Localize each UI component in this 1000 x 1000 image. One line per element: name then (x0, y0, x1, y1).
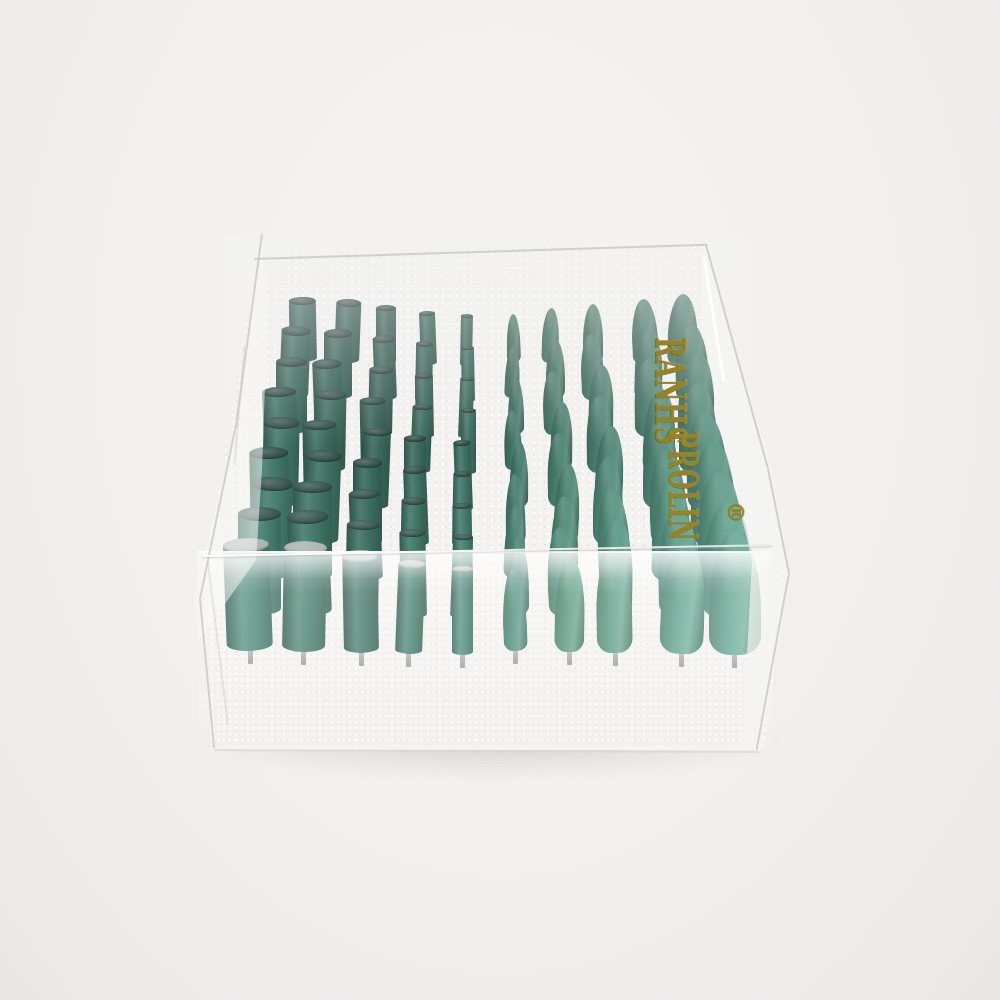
front-wall-glare (205, 553, 768, 579)
bit-shank (567, 650, 572, 665)
brand-text-word2: PROLIN (663, 431, 702, 541)
bit-top-face (403, 466, 426, 474)
bit-top-face (373, 335, 395, 343)
bit-top-face (415, 372, 434, 378)
bit-top-face (276, 357, 308, 367)
polishing-bit (452, 569, 473, 655)
bit-top-face (461, 314, 473, 318)
bit-shank (679, 652, 684, 667)
bit-top-face (359, 396, 385, 405)
bit-top-face (303, 420, 337, 432)
bit-top-face (251, 477, 293, 492)
registered-mark: ® (725, 501, 747, 523)
bit-shank (613, 651, 618, 666)
bit-shank (301, 650, 306, 665)
bit-top-face (238, 507, 282, 521)
bit-top-face (336, 298, 361, 307)
bit-top-face (363, 427, 391, 437)
bit-top-face (369, 366, 393, 374)
bit-top-face (453, 534, 473, 541)
bit-top-face (376, 305, 396, 311)
bit-top-face (305, 450, 342, 463)
bit-top-face (312, 359, 342, 370)
bit-top-face (399, 528, 425, 537)
bit-top-face (453, 503, 472, 509)
bit-top-face (263, 417, 300, 429)
bit-top-face (262, 386, 296, 398)
product-photo: RANHS PROLIN ® (0, 0, 1000, 1000)
bit-top-face (461, 345, 474, 350)
bit-top-face (461, 408, 476, 413)
bit-top-face (349, 488, 381, 499)
bit-top-face (460, 377, 475, 382)
bit-shank (732, 653, 737, 668)
bit-top-face (416, 341, 433, 347)
bit-shank (513, 649, 518, 664)
bit-top-face (413, 403, 433, 410)
bit-top-face (453, 440, 470, 446)
bit-top-face (353, 458, 382, 467)
bit-top-face (287, 510, 328, 525)
bit-top-face (453, 471, 471, 477)
bit-top-face (419, 310, 435, 316)
bit-top-face (293, 481, 331, 493)
bit-top-face (288, 296, 315, 305)
bit-top-face (315, 389, 347, 400)
bit-shank (359, 651, 364, 666)
bit-shank (248, 649, 253, 664)
bit-shank (460, 653, 465, 668)
bit-top-face (347, 519, 380, 530)
polishing-bits-layer (0, 0, 1000, 1000)
bit-top-face (404, 435, 425, 442)
brand-text-word1: RANHS (650, 337, 690, 445)
bit-top-face (401, 497, 425, 505)
bit-top-face (250, 447, 289, 460)
bit-top-face (223, 537, 270, 553)
bit-shank (406, 652, 411, 667)
bit-top-face (324, 329, 351, 338)
bit-top-face (282, 326, 311, 336)
